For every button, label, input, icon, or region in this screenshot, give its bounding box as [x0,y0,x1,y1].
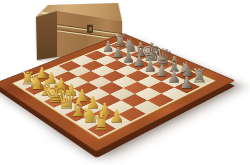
chess-board [0,33,235,152]
product-photo-scene: ♜♞♝♛♚♝♞♜♟♟♟♟♟♟♟♟♟♟♟♟♟♟♟♟♜♞♝♛♚♝♞♜ [0,0,250,165]
board-grid [13,40,215,139]
board-perspective-wrapper [0,0,250,165]
